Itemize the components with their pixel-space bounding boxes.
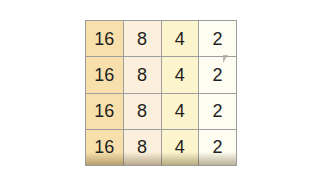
grid-cell-r2c1: 8 — [124, 94, 161, 129]
grid-cell-r0c0: 16 — [86, 21, 123, 56]
grid-cell-r1c2: 4 — [162, 57, 199, 92]
grid-cell-r1c3: 2 — [199, 57, 236, 92]
slide-background: 16 8 4 2 16 8 4 2 16 8 4 2 16 8 4 2 — [0, 0, 320, 180]
grid-cell-r1c0: 16 — [86, 57, 123, 92]
grid-cell-r0c3: 2 — [199, 21, 236, 56]
grid-cell-r3c1: 8 — [124, 130, 161, 165]
grid-cell-r3c3: 2 — [199, 130, 236, 165]
grid-cell-r3c2: 4 — [162, 130, 199, 165]
grid-cell-r2c2: 4 — [162, 94, 199, 129]
grid-cell-r1c1: 8 — [124, 57, 161, 92]
grid-cell-r0c2: 4 — [162, 21, 199, 56]
grid-cell-r2c3: 2 — [199, 94, 236, 129]
grid-cell-r2c0: 16 — [86, 94, 123, 129]
grid-cell-r0c1: 8 — [124, 21, 161, 56]
number-grid-board: 16 8 4 2 16 8 4 2 16 8 4 2 16 8 4 2 — [85, 20, 237, 166]
grid-cell-r3c0: 16 — [86, 130, 123, 165]
